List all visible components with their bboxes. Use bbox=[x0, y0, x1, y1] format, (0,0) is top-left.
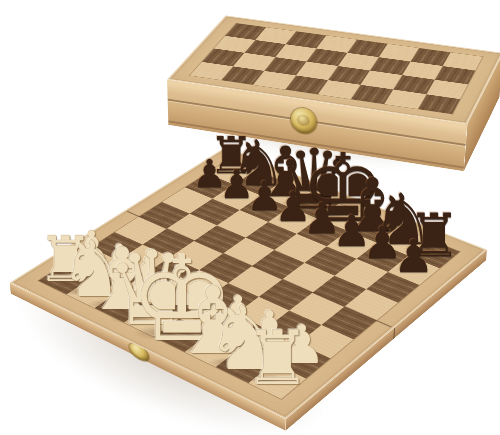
square-g1 bbox=[216, 347, 274, 382]
square-g4 bbox=[290, 293, 344, 325]
square-h4 bbox=[321, 306, 376, 339]
square-h1 bbox=[248, 363, 306, 399]
square-h2 bbox=[273, 343, 330, 378]
lid-square bbox=[435, 66, 475, 85]
square-e3 bbox=[204, 283, 258, 314]
fold-notch bbox=[393, 327, 395, 339]
lid-square bbox=[328, 66, 370, 85]
lid-square bbox=[318, 80, 361, 99]
lid-square bbox=[370, 57, 411, 75]
brass-clasp-icon bbox=[291, 106, 317, 135]
lid-square bbox=[285, 75, 328, 94]
square-f1 bbox=[184, 333, 241, 367]
lid-square bbox=[253, 71, 296, 90]
square-e2 bbox=[179, 300, 234, 332]
square-c1 bbox=[95, 290, 150, 322]
square-h5 bbox=[344, 289, 398, 321]
lid-square bbox=[190, 62, 233, 80]
product-photo-scene: ♜♞♟♝♟♛♟♚♟♝♟♞♟♜♟♟♟♟♜♟♞♟♝♟♛♟♚♟♝♟♞♜ bbox=[0, 0, 500, 435]
square-g5 bbox=[313, 275, 367, 306]
square-e1 bbox=[154, 318, 210, 351]
lid-square bbox=[221, 66, 264, 85]
square-d2 bbox=[150, 287, 205, 319]
square-e4 bbox=[229, 266, 282, 296]
lid-square bbox=[402, 61, 443, 79]
closed-chess-box bbox=[167, 16, 500, 124]
square-f4 bbox=[259, 279, 313, 310]
lid-square bbox=[443, 52, 483, 70]
square-d1 bbox=[124, 304, 180, 337]
square-g3 bbox=[266, 310, 321, 343]
square-g2 bbox=[241, 329, 297, 363]
square-a1 bbox=[39, 264, 93, 294]
lid-square bbox=[418, 94, 460, 114]
lid-square bbox=[427, 80, 468, 99]
board-surface bbox=[10, 147, 487, 419]
square-d3 bbox=[175, 270, 229, 301]
square-h3 bbox=[298, 324, 354, 358]
square-f2 bbox=[210, 314, 266, 347]
lid-square bbox=[384, 89, 426, 109]
square-c2 bbox=[121, 273, 175, 304]
lid-square bbox=[338, 53, 379, 71]
square-f5 bbox=[282, 262, 335, 292]
lid-square bbox=[361, 71, 403, 90]
square-f3 bbox=[235, 296, 290, 328]
square-h6 bbox=[366, 272, 419, 303]
lid-square bbox=[393, 75, 434, 94]
lid-square bbox=[351, 85, 393, 104]
open-chess-board bbox=[10, 147, 487, 419]
square-b1 bbox=[66, 277, 120, 308]
